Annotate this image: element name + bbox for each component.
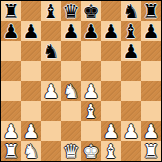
square-c8[interactable]: ♝ bbox=[41, 1, 61, 21]
piece-white-rook[interactable]: ♜ bbox=[2, 141, 19, 161]
piece-black-rook[interactable]: ♜ bbox=[2, 1, 19, 21]
square-a4[interactable] bbox=[1, 81, 21, 101]
square-b3[interactable] bbox=[21, 101, 41, 121]
square-h4[interactable] bbox=[141, 81, 161, 101]
square-a3[interactable] bbox=[1, 101, 21, 121]
square-b5[interactable] bbox=[21, 61, 41, 81]
square-b6[interactable] bbox=[21, 41, 41, 61]
chess-board-frame: ♜♝♛♚♞♜♟♟♟♟♟♝♟♞♟♟♞♟♝♟♟♟♟♟♜♞♛♚♝♜ bbox=[0, 0, 162, 162]
piece-white-pawn[interactable]: ♟ bbox=[42, 81, 59, 101]
square-a6[interactable] bbox=[1, 41, 21, 61]
square-e8[interactable]: ♚ bbox=[81, 1, 101, 21]
square-e5[interactable] bbox=[81, 61, 101, 81]
square-h7[interactable]: ♟ bbox=[141, 21, 161, 41]
piece-black-knight[interactable]: ♞ bbox=[42, 41, 59, 61]
piece-white-pawn[interactable]: ♟ bbox=[2, 121, 19, 141]
square-h2[interactable]: ♟ bbox=[141, 121, 161, 141]
square-d6[interactable] bbox=[61, 41, 81, 61]
square-c7[interactable] bbox=[41, 21, 61, 41]
square-f8[interactable] bbox=[101, 1, 121, 21]
chess-board: ♜♝♛♚♞♜♟♟♟♟♟♝♟♞♟♟♞♟♝♟♟♟♟♟♜♞♛♚♝♜ bbox=[1, 1, 161, 161]
square-h1[interactable]: ♜ bbox=[141, 141, 161, 161]
piece-black-rook[interactable]: ♜ bbox=[142, 1, 159, 21]
piece-white-king[interactable]: ♚ bbox=[82, 141, 99, 161]
square-c5[interactable] bbox=[41, 61, 61, 81]
square-e6[interactable] bbox=[81, 41, 101, 61]
square-d4[interactable]: ♞ bbox=[61, 81, 81, 101]
square-g5[interactable] bbox=[121, 61, 141, 81]
piece-white-rook[interactable]: ♜ bbox=[142, 141, 159, 161]
square-e3[interactable]: ♝ bbox=[81, 101, 101, 121]
square-h5[interactable] bbox=[141, 61, 161, 81]
square-g7[interactable]: ♝ bbox=[121, 21, 141, 41]
square-a1[interactable]: ♜ bbox=[1, 141, 21, 161]
piece-black-pawn[interactable]: ♟ bbox=[82, 21, 99, 41]
square-b2[interactable]: ♟ bbox=[21, 121, 41, 141]
square-b7[interactable]: ♟ bbox=[21, 21, 41, 41]
piece-black-bishop[interactable]: ♝ bbox=[122, 21, 139, 41]
square-e7[interactable]: ♟ bbox=[81, 21, 101, 41]
square-d8[interactable]: ♛ bbox=[61, 1, 81, 21]
square-h8[interactable]: ♜ bbox=[141, 1, 161, 21]
square-f3[interactable] bbox=[101, 101, 121, 121]
square-c3[interactable] bbox=[41, 101, 61, 121]
square-a8[interactable]: ♜ bbox=[1, 1, 21, 21]
square-e1[interactable]: ♚ bbox=[81, 141, 101, 161]
piece-black-pawn[interactable]: ♟ bbox=[62, 21, 79, 41]
square-a2[interactable]: ♟ bbox=[1, 121, 21, 141]
square-c4[interactable]: ♟ bbox=[41, 81, 61, 101]
square-c1[interactable] bbox=[41, 141, 61, 161]
square-b8[interactable] bbox=[21, 1, 41, 21]
square-f7[interactable]: ♟ bbox=[101, 21, 121, 41]
square-h3[interactable] bbox=[141, 101, 161, 121]
square-e4[interactable]: ♟ bbox=[81, 81, 101, 101]
square-b4[interactable] bbox=[21, 81, 41, 101]
square-g6[interactable]: ♟ bbox=[121, 41, 141, 61]
piece-white-pawn[interactable]: ♟ bbox=[22, 121, 39, 141]
square-c6[interactable]: ♞ bbox=[41, 41, 61, 61]
square-h6[interactable] bbox=[141, 41, 161, 61]
square-f4[interactable] bbox=[101, 81, 121, 101]
square-a5[interactable] bbox=[1, 61, 21, 81]
piece-white-queen[interactable]: ♛ bbox=[62, 141, 79, 161]
square-g4[interactable] bbox=[121, 81, 141, 101]
square-b1[interactable]: ♞ bbox=[21, 141, 41, 161]
piece-black-queen[interactable]: ♛ bbox=[62, 1, 79, 21]
piece-white-pawn[interactable]: ♟ bbox=[82, 81, 99, 101]
piece-black-king[interactable]: ♚ bbox=[82, 1, 99, 21]
square-d1[interactable]: ♛ bbox=[61, 141, 81, 161]
piece-white-knight[interactable]: ♞ bbox=[62, 81, 79, 101]
square-d2[interactable] bbox=[61, 121, 81, 141]
piece-black-pawn[interactable]: ♟ bbox=[142, 21, 159, 41]
piece-white-pawn[interactable]: ♟ bbox=[142, 121, 159, 141]
piece-white-pawn[interactable]: ♟ bbox=[122, 121, 139, 141]
square-g3[interactable] bbox=[121, 101, 141, 121]
square-g2[interactable]: ♟ bbox=[121, 121, 141, 141]
piece-white-bishop[interactable]: ♝ bbox=[102, 141, 119, 161]
piece-white-bishop[interactable]: ♝ bbox=[82, 101, 99, 121]
square-d5[interactable] bbox=[61, 61, 81, 81]
square-f5[interactable] bbox=[101, 61, 121, 81]
square-d3[interactable] bbox=[61, 101, 81, 121]
square-d7[interactable]: ♟ bbox=[61, 21, 81, 41]
square-a7[interactable]: ♟ bbox=[1, 21, 21, 41]
square-c2[interactable] bbox=[41, 121, 61, 141]
piece-black-knight[interactable]: ♞ bbox=[122, 1, 139, 21]
piece-black-pawn[interactable]: ♟ bbox=[2, 21, 19, 41]
square-f6[interactable] bbox=[101, 41, 121, 61]
square-e2[interactable] bbox=[81, 121, 101, 141]
square-f1[interactable]: ♝ bbox=[101, 141, 121, 161]
piece-white-pawn[interactable]: ♟ bbox=[102, 121, 119, 141]
square-g1[interactable] bbox=[121, 141, 141, 161]
piece-black-pawn[interactable]: ♟ bbox=[102, 21, 119, 41]
piece-black-pawn[interactable]: ♟ bbox=[22, 21, 39, 41]
square-f2[interactable]: ♟ bbox=[101, 121, 121, 141]
piece-white-knight[interactable]: ♞ bbox=[22, 141, 39, 161]
piece-black-bishop[interactable]: ♝ bbox=[42, 1, 59, 21]
piece-black-pawn[interactable]: ♟ bbox=[122, 41, 139, 61]
square-g8[interactable]: ♞ bbox=[121, 1, 141, 21]
